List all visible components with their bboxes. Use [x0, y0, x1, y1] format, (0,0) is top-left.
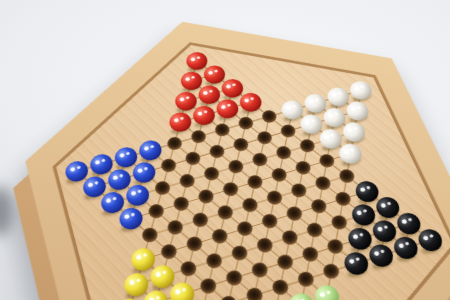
marble-green[interactable] — [310, 282, 343, 300]
board-hole[interactable] — [325, 238, 345, 256]
perspective-scene — [0, 0, 450, 300]
board-hole[interactable] — [318, 153, 337, 169]
board-hole[interactable] — [314, 175, 333, 192]
marble-white[interactable] — [346, 79, 375, 103]
board-hole[interactable] — [321, 262, 341, 280]
marble-red[interactable] — [166, 110, 195, 135]
board-hole[interactable] — [334, 190, 353, 207]
chinese-checkers-board — [0, 0, 450, 300]
board-hole[interactable] — [245, 286, 265, 300]
marbles — [43, 14, 450, 300]
photo-scene — [0, 0, 450, 300]
board-hole[interactable] — [330, 214, 349, 231]
marble-blue[interactable] — [136, 138, 165, 164]
board-hole[interactable] — [337, 168, 356, 185]
board-holes-and-marbles[interactable] — [0, 0, 450, 300]
